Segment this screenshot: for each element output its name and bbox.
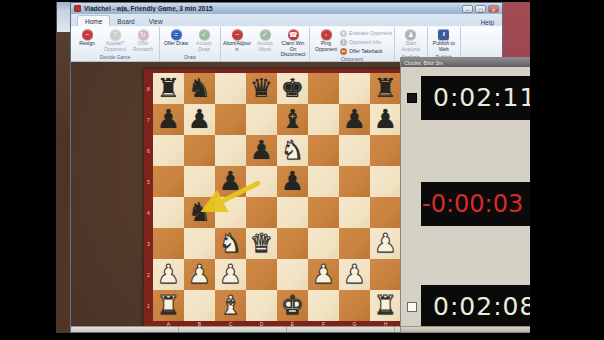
piece-white-queen: ♛ — [250, 228, 273, 259]
start-analysis-button[interactable]: ♟Start Analysis — [397, 28, 425, 53]
square-c4[interactable] — [215, 197, 246, 228]
background-window-fragment — [57, 2, 71, 32]
square-b4[interactable]: ♞ — [184, 197, 215, 228]
square-h8[interactable]: ♜ — [370, 73, 401, 104]
piece-black-pawn: ♟ — [188, 104, 211, 135]
square-h4[interactable] — [370, 197, 401, 228]
appeal-opponent-icon: ? — [110, 29, 121, 40]
chess-board: 87654321 ABCDEFGH ♜♞♛♚♜♟♟♝♟♟♟♞♟♟♞♞♛♟♟♟♟♟… — [144, 69, 406, 328]
square-a1[interactable]: ♜ — [153, 290, 184, 321]
button-label: Accept Draw — [190, 41, 218, 52]
square-f7[interactable] — [308, 104, 339, 135]
square-f8[interactable] — [308, 73, 339, 104]
offer-takeback-icon: ↩ — [340, 48, 347, 55]
square-g6[interactable] — [339, 135, 370, 166]
square-c3[interactable]: ♞ — [215, 228, 246, 259]
square-g8[interactable] — [339, 73, 370, 104]
square-a7[interactable]: ♟ — [153, 104, 184, 135]
ribbon-tab-row: HomeBoardViewHelp — [71, 14, 502, 26]
button-label: Ping Opponent — [312, 41, 340, 52]
square-e5[interactable]: ♟ — [277, 166, 308, 197]
square-h3[interactable]: ♟ — [370, 228, 401, 259]
square-b1[interactable] — [184, 290, 215, 321]
square-a3[interactable] — [153, 228, 184, 259]
button-label: Opponent Info — [349, 39, 381, 45]
group-label: Opponent — [312, 55, 392, 62]
piece-black-rook: ♜ — [157, 73, 180, 104]
letterbox-bottom — [0, 333, 604, 340]
piece-white-knight: ♞ — [219, 228, 242, 259]
square-d4[interactable] — [246, 197, 277, 228]
tab-view[interactable]: View — [142, 16, 170, 26]
square-g1[interactable] — [339, 290, 370, 321]
square-a5[interactable] — [153, 166, 184, 197]
square-b2[interactable]: ♟ — [184, 259, 215, 290]
square-c8[interactable] — [215, 73, 246, 104]
evaluate-opponent-button[interactable]: ✦Evaluate Opponent — [340, 29, 392, 37]
square-c1[interactable]: ♝ — [215, 290, 246, 321]
piece-white-pawn: ♟ — [312, 259, 335, 290]
square-a4[interactable] — [153, 197, 184, 228]
piece-white-pawn: ♟ — [343, 259, 366, 290]
opponent-info-button[interactable]: iOpponent Info — [340, 38, 392, 46]
square-c2[interactable]: ♟ — [215, 259, 246, 290]
piece-white-pawn: ♟ — [188, 259, 211, 290]
piece-white-rook: ♜ — [374, 290, 397, 321]
button-label: Resign — [79, 41, 95, 47]
publish-to-web-button[interactable]: fPublish to Web — [430, 28, 458, 53]
square-c7[interactable] — [215, 104, 246, 135]
piece-black-queen: ♛ — [250, 73, 273, 104]
rank-label-6: 6 — [144, 135, 153, 166]
button-label: Offer Rematch — [129, 41, 157, 52]
ping-opponent-button[interactable]: ◦Ping Opponent — [312, 28, 340, 53]
piece-black-knight: ♞ — [188, 197, 211, 228]
piece-white-knight: ♞ — [281, 135, 304, 166]
piece-white-pawn: ♟ — [219, 259, 242, 290]
white-clock-display: 0:02:08 — [421, 285, 535, 329]
square-d7[interactable] — [246, 104, 277, 135]
lag-clock-display: -0:00:03 — [421, 182, 535, 226]
letterbox-top — [0, 0, 604, 2]
rank-label-8: 8 — [144, 73, 153, 104]
clocks-window: Clocks: Blitz 3m 0:02:11-0:00:030:02:08 — [400, 57, 536, 333]
group-label: Decide Game — [73, 53, 157, 61]
ribbon-group-opponent: ◦Ping Opponent✦Evaluate OpponentiOpponen… — [310, 27, 395, 61]
piece-white-king: ♚ — [281, 290, 304, 321]
black-clock: 0:02:11 — [401, 76, 535, 120]
app-titlebar[interactable]: Vladchel - wja, Friendly Game, 3 min 201… — [71, 3, 502, 14]
rank-label-1: 1 — [144, 290, 153, 321]
piece-black-pawn: ♟ — [157, 104, 180, 135]
ribbon-group-abort: −Abort/Adjourn✓Accept Abort☎Claim Win On… — [221, 27, 310, 61]
letterbox-left — [0, 0, 56, 340]
rank-label-5: 5 — [144, 166, 153, 197]
square-e8[interactable]: ♚ — [277, 73, 308, 104]
square-e2[interactable] — [277, 259, 308, 290]
square-d8[interactable]: ♛ — [246, 73, 277, 104]
help-button[interactable]: Help — [481, 19, 496, 26]
black-clock-display: 0:02:11 — [421, 76, 535, 120]
letterbox-right — [530, 0, 604, 340]
offer-draw-icon: = — [171, 29, 182, 40]
square-b5[interactable] — [184, 166, 215, 197]
square-b7[interactable]: ♟ — [184, 104, 215, 135]
button-label: Evaluate Opponent — [349, 30, 392, 36]
square-f5[interactable] — [308, 166, 339, 197]
offer-rematch-button[interactable]: ↻Offer Rematch — [129, 28, 157, 53]
square-h7[interactable]: ♟ — [370, 104, 401, 135]
square-a2[interactable]: ♟ — [153, 259, 184, 290]
square-c6[interactable] — [215, 135, 246, 166]
button-label: Start Analysis — [397, 41, 425, 52]
app-icon — [74, 5, 81, 12]
square-g2[interactable]: ♟ — [339, 259, 370, 290]
square-g4[interactable] — [339, 197, 370, 228]
minimize-button[interactable]: – — [462, 5, 473, 13]
square-e1[interactable]: ♚ — [277, 290, 308, 321]
button-label: Offer Draw — [164, 41, 188, 47]
square-b6[interactable] — [184, 135, 215, 166]
button-label: Publish to Web — [430, 41, 458, 52]
square-c5[interactable]: ♟ — [215, 166, 246, 197]
square-d5[interactable] — [246, 166, 277, 197]
board-grid: ♜♞♛♚♜♟♟♝♟♟♟♞♟♟♞♞♛♟♟♟♟♟♟♜♝♚♜ — [153, 73, 401, 321]
square-f1[interactable] — [308, 290, 339, 321]
button-label: Offer Takeback — [349, 48, 382, 54]
clocks-body: 0:02:11-0:00:030:02:08 — [401, 67, 535, 332]
appeal-opponent-button[interactable]: ?Appeal? Opponent — [101, 28, 129, 53]
ribbon-group-draw: =Offer Draw✓Accept DrawDraw — [160, 27, 221, 61]
group-label: Draw — [162, 53, 218, 61]
offer-takeback-button[interactable]: ↩Offer Takeback — [340, 47, 392, 55]
square-d6[interactable]: ♟ — [246, 135, 277, 166]
square-b8[interactable]: ♞ — [184, 73, 215, 104]
square-f3[interactable] — [308, 228, 339, 259]
rank-label-4: 4 — [144, 197, 153, 228]
square-d1[interactable] — [246, 290, 277, 321]
accept-draw-button[interactable]: ✓Accept Draw — [190, 28, 218, 53]
tab-board[interactable]: Board — [110, 16, 141, 26]
ping-opponent-icon: ◦ — [321, 29, 332, 40]
abort-adjourn-icon: − — [232, 29, 243, 40]
resign-icon: − — [82, 29, 93, 40]
button-label: Accept Abort — [251, 41, 279, 52]
lag-clock: -0:00:03 — [401, 182, 535, 226]
accept-abort-button[interactable]: ✓Accept Abort — [251, 28, 279, 53]
square-a8[interactable]: ♜ — [153, 73, 184, 104]
ribbon-group-analysis: ♟Start AnalysisAnalysis — [395, 27, 428, 61]
square-e4[interactable] — [277, 197, 308, 228]
rank-label-7: 7 — [144, 104, 153, 135]
square-g3[interactable] — [339, 228, 370, 259]
claim-win-icon: ☎ — [288, 29, 299, 40]
maximize-button[interactable]: ▢ — [475, 5, 486, 13]
piece-black-knight: ♞ — [188, 73, 211, 104]
white-to-move-indicator — [407, 302, 417, 312]
evaluate-opponent-icon: ✦ — [340, 30, 347, 37]
piece-white-pawn: ♟ — [157, 259, 180, 290]
square-d3[interactable]: ♛ — [246, 228, 277, 259]
button-label: Claim Win On Disconnect — [279, 41, 307, 58]
square-g5[interactable] — [339, 166, 370, 197]
piece-black-king: ♚ — [281, 73, 304, 104]
square-e3[interactable] — [277, 228, 308, 259]
piece-black-bishop: ♝ — [281, 104, 304, 135]
square-h2[interactable] — [370, 259, 401, 290]
close-button[interactable]: ✕ — [488, 5, 499, 13]
abort-adjourn-button[interactable]: −Abort/Adjourn — [223, 28, 251, 53]
piece-black-pawn: ♟ — [343, 104, 366, 135]
piece-white-pawn: ♟ — [374, 228, 397, 259]
piece-black-pawn: ♟ — [374, 104, 397, 135]
opponent-info-icon: i — [340, 39, 347, 46]
black-to-move-indicator — [407, 93, 417, 103]
square-h6[interactable] — [370, 135, 401, 166]
square-h5[interactable] — [370, 166, 401, 197]
piece-black-pawn: ♟ — [281, 166, 304, 197]
rank-label-3: 3 — [144, 228, 153, 259]
piece-black-pawn: ♟ — [250, 135, 273, 166]
piece-black-rook: ♜ — [374, 73, 397, 104]
square-f4[interactable] — [308, 197, 339, 228]
button-label: Abort/Adjourn — [222, 41, 252, 52]
square-f6[interactable] — [308, 135, 339, 166]
start-analysis-icon: ♟ — [405, 29, 416, 40]
square-g7[interactable]: ♟ — [339, 104, 370, 135]
piece-black-pawn: ♟ — [219, 166, 242, 197]
ribbon-group-decide-game: −Resign?Appeal? Opponent↻Offer RematchDe… — [71, 27, 160, 61]
resign-button[interactable]: −Resign — [73, 28, 101, 48]
square-b3[interactable] — [184, 228, 215, 259]
square-d2[interactable] — [246, 259, 277, 290]
clocks-window-title: Clocks: Blitz 3m — [404, 60, 443, 66]
piece-white-bishop: ♝ — [219, 290, 242, 321]
clocks-bottom-strip — [401, 326, 535, 332]
offer-draw-button[interactable]: =Offer Draw — [162, 28, 190, 48]
rank-labels: 87654321 — [144, 73, 153, 321]
facebook-icon: f — [438, 29, 449, 40]
button-label: Appeal? Opponent — [101, 41, 129, 52]
rank-label-2: 2 — [144, 259, 153, 290]
square-h1[interactable]: ♜ — [370, 290, 401, 321]
white-clock: 0:02:08 — [401, 285, 535, 329]
accept-abort-icon: ✓ — [260, 29, 271, 40]
window-controls: –▢✕ — [462, 5, 499, 13]
tab-home[interactable]: Home — [77, 15, 110, 26]
claim-win-on-disconnect-button[interactable]: ☎Claim Win On Disconnect — [279, 28, 307, 59]
square-e6[interactable]: ♞ — [277, 135, 308, 166]
clocks-titlebar[interactable]: Clocks: Blitz 3m — [401, 58, 535, 67]
piece-white-rook: ♜ — [157, 290, 180, 321]
window-title: Vladchel - wja, Friendly Game, 3 min 201… — [84, 5, 462, 12]
accept-draw-icon: ✓ — [199, 29, 210, 40]
offer-rematch-icon: ↻ — [138, 29, 149, 40]
square-a6[interactable] — [153, 135, 184, 166]
screen: Vladchel - wja, Friendly Game, 3 min 201… — [0, 0, 604, 340]
square-f2[interactable]: ♟ — [308, 259, 339, 290]
square-e7[interactable]: ♝ — [277, 104, 308, 135]
ribbon-group-publish: fPublish to WebPublish — [428, 27, 461, 61]
